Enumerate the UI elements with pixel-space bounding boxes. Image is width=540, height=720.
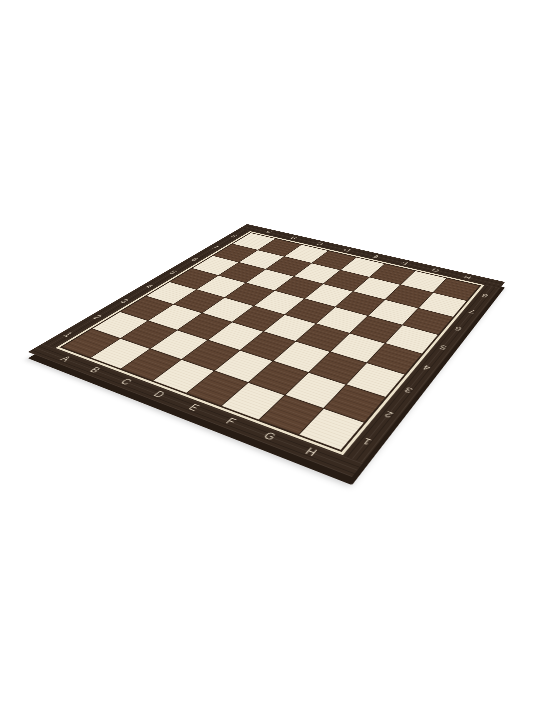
product-photo: AABBCCDDEEFFGGHH1122334455667788 (0, 0, 540, 720)
chessboard: AABBCCDDEEFFGGHH1122334455667788 (28, 224, 505, 477)
